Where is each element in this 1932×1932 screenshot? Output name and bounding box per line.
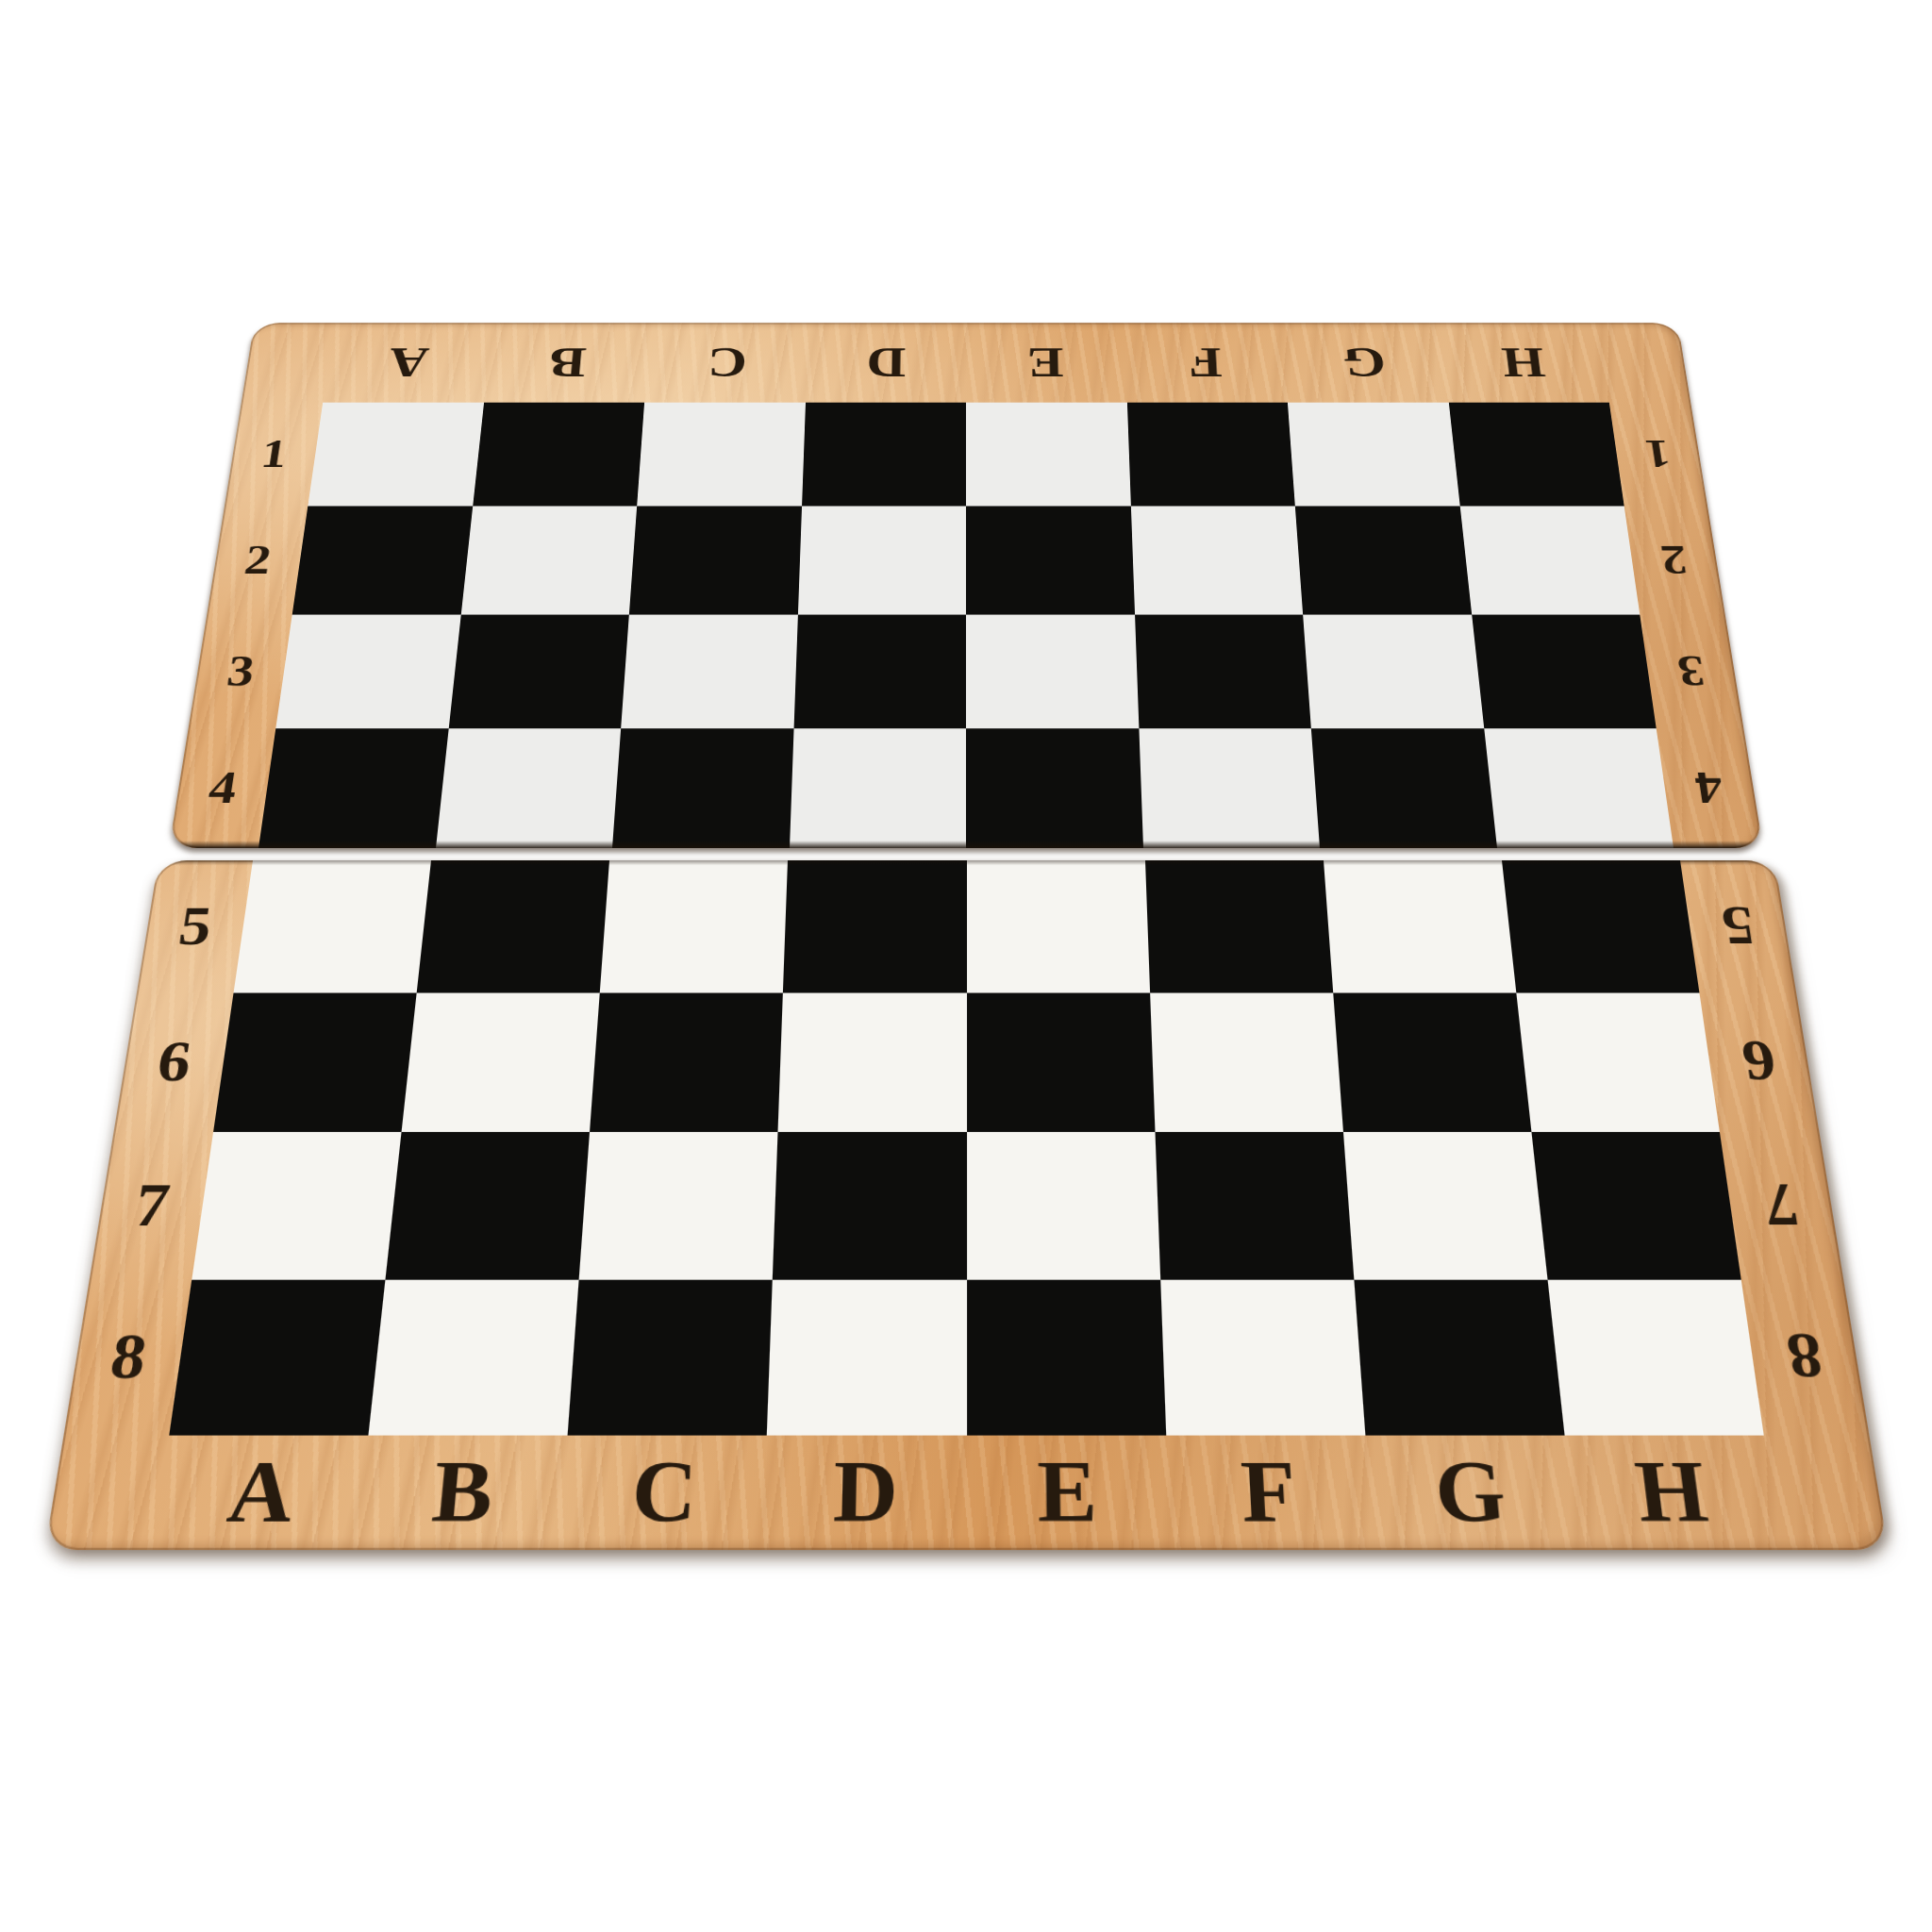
rank-label-left-3: 3 bbox=[225, 649, 258, 693]
file-label-top-b: B bbox=[547, 341, 588, 384]
rank-label-left-1: 1 bbox=[258, 434, 290, 474]
square-d2[interactable] bbox=[797, 506, 966, 614]
square-g1[interactable] bbox=[1288, 403, 1459, 507]
square-c6[interactable] bbox=[590, 992, 783, 1132]
square-h6[interactable] bbox=[1516, 992, 1720, 1132]
file-label-bottom-b: B bbox=[429, 1449, 497, 1537]
square-d1[interactable] bbox=[802, 403, 966, 507]
square-g8[interactable] bbox=[1354, 1279, 1564, 1435]
square-c3[interactable] bbox=[621, 615, 797, 729]
square-h7[interactable] bbox=[1531, 1132, 1740, 1279]
square-b7[interactable] bbox=[386, 1132, 591, 1279]
square-b3[interactable] bbox=[448, 615, 629, 729]
square-d4[interactable] bbox=[790, 728, 967, 848]
file-label-bottom-c: C bbox=[629, 1449, 699, 1537]
square-f3[interactable] bbox=[1135, 615, 1311, 729]
rank-label-right-7: 7 bbox=[1759, 1174, 1802, 1235]
board-bottom-panel: 5678 5678 ABCDEFGH bbox=[45, 860, 1889, 1550]
square-a4[interactable] bbox=[258, 728, 448, 848]
square-a1[interactable] bbox=[308, 403, 483, 507]
square-f6[interactable] bbox=[1150, 992, 1343, 1132]
square-c4[interactable] bbox=[612, 728, 793, 848]
square-a5[interactable] bbox=[234, 860, 432, 992]
file-label-top-d: D bbox=[866, 341, 906, 384]
square-g7[interactable] bbox=[1343, 1132, 1548, 1279]
file-label-top-g: G bbox=[1341, 341, 1388, 384]
rank-label-right-4: 4 bbox=[1692, 764, 1726, 810]
square-g6[interactable] bbox=[1333, 992, 1531, 1132]
square-a6[interactable] bbox=[213, 992, 417, 1132]
square-e7[interactable] bbox=[967, 1132, 1160, 1279]
rank-label-left-6: 6 bbox=[154, 1032, 195, 1091]
file-label-top-a: A bbox=[386, 341, 430, 384]
square-h4[interactable] bbox=[1484, 728, 1674, 848]
rank-label-left-7: 7 bbox=[130, 1174, 173, 1235]
rank-label-right-1: 1 bbox=[1642, 434, 1674, 474]
square-d8[interactable] bbox=[767, 1279, 966, 1435]
file-label-bottom-d: D bbox=[832, 1449, 898, 1537]
file-label-bottom-e: E bbox=[1037, 1449, 1098, 1537]
square-b1[interactable] bbox=[473, 403, 644, 507]
file-label-top-c: C bbox=[706, 341, 747, 384]
square-c2[interactable] bbox=[629, 506, 802, 614]
square-e5[interactable] bbox=[967, 860, 1150, 992]
square-e3[interactable] bbox=[966, 615, 1139, 729]
square-e1[interactable] bbox=[966, 403, 1130, 507]
square-g4[interactable] bbox=[1311, 728, 1497, 848]
square-c8[interactable] bbox=[568, 1279, 773, 1435]
file-label-bottom-h: H bbox=[1631, 1449, 1712, 1537]
file-labels-bottom: ABCDEFGH bbox=[153, 1436, 1781, 1550]
file-label-top-e: E bbox=[1027, 341, 1064, 384]
square-d5[interactable] bbox=[783, 860, 966, 992]
square-e8[interactable] bbox=[967, 1279, 1166, 1435]
rank-label-right-2: 2 bbox=[1658, 539, 1690, 580]
board-grid-ranks-5-8 bbox=[169, 860, 1764, 1436]
square-c7[interactable] bbox=[579, 1132, 778, 1279]
square-f2[interactable] bbox=[1130, 506, 1303, 614]
file-label-bottom-a: A bbox=[224, 1449, 299, 1537]
rank-label-right-8: 8 bbox=[1782, 1324, 1826, 1389]
file-labels-top: ABCDEFGH bbox=[323, 323, 1609, 402]
square-a2[interactable] bbox=[292, 506, 473, 614]
file-label-top-h: H bbox=[1500, 341, 1548, 384]
rank-label-left-4: 4 bbox=[206, 764, 240, 810]
board-grid-ranks-1-4 bbox=[258, 403, 1674, 848]
square-h5[interactable] bbox=[1502, 860, 1700, 992]
square-b8[interactable] bbox=[369, 1279, 579, 1435]
square-h8[interactable] bbox=[1547, 1279, 1763, 1435]
board-top-panel: ABCDEFGH 1234 1234 bbox=[169, 323, 1763, 848]
square-h2[interactable] bbox=[1459, 506, 1640, 614]
square-g5[interactable] bbox=[1324, 860, 1516, 992]
square-d6[interactable] bbox=[778, 992, 967, 1132]
square-b6[interactable] bbox=[402, 992, 600, 1132]
rank-label-left-8: 8 bbox=[107, 1324, 151, 1389]
square-f1[interactable] bbox=[1126, 403, 1294, 507]
square-e6[interactable] bbox=[967, 992, 1156, 1132]
rank-label-right-6: 6 bbox=[1738, 1032, 1779, 1091]
board-photo-scene: ABCDEFGH 1234 1234 5678 5678 ABCDEFGH bbox=[0, 0, 1932, 1932]
square-c5[interactable] bbox=[600, 860, 788, 992]
square-g3[interactable] bbox=[1303, 615, 1484, 729]
square-h1[interactable] bbox=[1448, 403, 1624, 507]
square-b5[interactable] bbox=[417, 860, 609, 992]
rank-label-right-3: 3 bbox=[1674, 649, 1707, 693]
file-label-bottom-f: F bbox=[1240, 1449, 1299, 1537]
square-b2[interactable] bbox=[460, 506, 637, 614]
square-f4[interactable] bbox=[1139, 728, 1320, 848]
square-b4[interactable] bbox=[436, 728, 622, 848]
rank-label-left-5: 5 bbox=[175, 898, 216, 954]
square-d3[interactable] bbox=[793, 615, 966, 729]
square-f7[interactable] bbox=[1155, 1132, 1354, 1279]
rank-label-right-5: 5 bbox=[1718, 898, 1758, 954]
square-d7[interactable] bbox=[773, 1132, 966, 1279]
square-f5[interactable] bbox=[1145, 860, 1333, 992]
square-e4[interactable] bbox=[966, 728, 1143, 848]
square-a7[interactable] bbox=[192, 1132, 401, 1279]
file-label-bottom-g: G bbox=[1431, 1449, 1508, 1537]
square-c1[interactable] bbox=[637, 403, 805, 507]
square-a3[interactable] bbox=[275, 615, 460, 729]
square-a8[interactable] bbox=[169, 1279, 385, 1435]
square-g2[interactable] bbox=[1295, 506, 1472, 614]
rank-label-left-2: 2 bbox=[241, 539, 274, 580]
square-h3[interactable] bbox=[1472, 615, 1657, 729]
square-e2[interactable] bbox=[966, 506, 1135, 614]
file-label-top-f: F bbox=[1188, 341, 1224, 384]
square-f8[interactable] bbox=[1160, 1279, 1365, 1435]
